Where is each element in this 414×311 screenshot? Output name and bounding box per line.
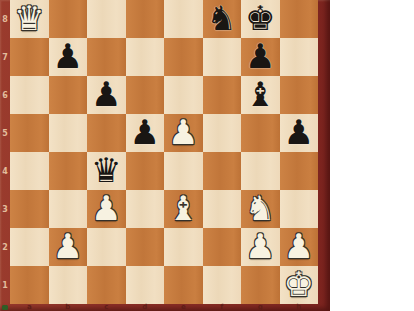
square-b7[interactable]: ♟ bbox=[49, 38, 88, 76]
square-g7[interactable]: ♟ bbox=[241, 38, 280, 76]
square-a6[interactable] bbox=[10, 76, 49, 114]
file-label-h: h bbox=[280, 304, 319, 311]
page: 87654321 ♛♞♚♟♟♟♝♟♟♟♛♟♝♞♟♟♟♚ abcdefgh bbox=[0, 0, 414, 311]
square-e2[interactable] bbox=[164, 228, 203, 266]
file-label-e: e bbox=[164, 304, 203, 311]
square-b6[interactable] bbox=[49, 76, 88, 114]
square-d5[interactable]: ♟ bbox=[126, 114, 165, 152]
piece-white-pawn[interactable]: ♟ bbox=[91, 189, 121, 227]
piece-black-pawn[interactable]: ♟ bbox=[53, 37, 83, 75]
square-h5[interactable]: ♟ bbox=[280, 114, 319, 152]
square-b3[interactable] bbox=[49, 190, 88, 228]
square-g2[interactable]: ♟ bbox=[241, 228, 280, 266]
piece-black-king[interactable]: ♚ bbox=[245, 0, 275, 37]
square-h2[interactable]: ♟ bbox=[280, 228, 319, 266]
square-h7[interactable] bbox=[280, 38, 319, 76]
piece-white-king[interactable]: ♚ bbox=[284, 265, 314, 303]
rank-label-6: 6 bbox=[0, 76, 10, 114]
rank-label-1: 1 bbox=[0, 266, 10, 304]
square-f2[interactable] bbox=[203, 228, 242, 266]
square-c3[interactable]: ♟ bbox=[87, 190, 126, 228]
piece-white-pawn[interactable]: ♟ bbox=[245, 227, 275, 265]
square-a4[interactable] bbox=[10, 152, 49, 190]
square-b1[interactable] bbox=[49, 266, 88, 304]
rank-label-5: 5 bbox=[0, 114, 10, 152]
rank-label-3: 3 bbox=[0, 190, 10, 228]
board-grid: ♛♞♚♟♟♟♝♟♟♟♛♟♝♞♟♟♟♚ bbox=[10, 0, 318, 304]
square-c6[interactable]: ♟ bbox=[87, 76, 126, 114]
piece-white-pawn[interactable]: ♟ bbox=[284, 227, 314, 265]
piece-white-queen[interactable]: ♛ bbox=[14, 0, 44, 37]
square-a5[interactable] bbox=[10, 114, 49, 152]
rank-label-2: 2 bbox=[0, 228, 10, 266]
square-e7[interactable] bbox=[164, 38, 203, 76]
square-c1[interactable] bbox=[87, 266, 126, 304]
square-f6[interactable] bbox=[203, 76, 242, 114]
file-labels: abcdefgh bbox=[10, 304, 318, 311]
piece-black-bishop[interactable]: ♝ bbox=[245, 75, 275, 113]
square-c8[interactable] bbox=[87, 0, 126, 38]
file-label-d: d bbox=[126, 304, 165, 311]
square-b8[interactable] bbox=[49, 0, 88, 38]
corner-dot bbox=[2, 305, 8, 310]
piece-black-pawn[interactable]: ♟ bbox=[284, 113, 314, 151]
square-a2[interactable] bbox=[10, 228, 49, 266]
square-g8[interactable]: ♚ bbox=[241, 0, 280, 38]
square-e6[interactable] bbox=[164, 76, 203, 114]
square-b4[interactable] bbox=[49, 152, 88, 190]
square-e8[interactable] bbox=[164, 0, 203, 38]
rank-label-4: 4 bbox=[0, 152, 10, 190]
square-c5[interactable] bbox=[87, 114, 126, 152]
square-c4[interactable]: ♛ bbox=[87, 152, 126, 190]
square-e3[interactable]: ♝ bbox=[164, 190, 203, 228]
square-g5[interactable] bbox=[241, 114, 280, 152]
rank-labels: 87654321 bbox=[0, 0, 10, 304]
piece-white-knight[interactable]: ♞ bbox=[245, 189, 275, 227]
square-d8[interactable] bbox=[126, 0, 165, 38]
square-f7[interactable] bbox=[203, 38, 242, 76]
piece-black-pawn[interactable]: ♟ bbox=[91, 75, 121, 113]
square-e1[interactable] bbox=[164, 266, 203, 304]
square-f5[interactable] bbox=[203, 114, 242, 152]
square-g6[interactable]: ♝ bbox=[241, 76, 280, 114]
square-a3[interactable] bbox=[10, 190, 49, 228]
square-d1[interactable] bbox=[126, 266, 165, 304]
square-g4[interactable] bbox=[241, 152, 280, 190]
file-label-f: f bbox=[203, 304, 242, 311]
square-e5[interactable]: ♟ bbox=[164, 114, 203, 152]
square-g3[interactable]: ♞ bbox=[241, 190, 280, 228]
piece-black-pawn[interactable]: ♟ bbox=[130, 113, 160, 151]
square-c7[interactable] bbox=[87, 38, 126, 76]
square-h6[interactable] bbox=[280, 76, 319, 114]
chess-board-frame: 87654321 ♛♞♚♟♟♟♝♟♟♟♛♟♝♞♟♟♟♚ abcdefgh bbox=[0, 0, 330, 311]
piece-white-pawn[interactable]: ♟ bbox=[168, 113, 198, 151]
square-d2[interactable] bbox=[126, 228, 165, 266]
file-label-g: g bbox=[241, 304, 280, 311]
piece-white-bishop[interactable]: ♝ bbox=[168, 189, 198, 227]
square-f8[interactable]: ♞ bbox=[203, 0, 242, 38]
square-h4[interactable] bbox=[280, 152, 319, 190]
square-d3[interactable] bbox=[126, 190, 165, 228]
square-h8[interactable] bbox=[280, 0, 319, 38]
file-label-a: a bbox=[10, 304, 49, 311]
square-c2[interactable] bbox=[87, 228, 126, 266]
square-b2[interactable]: ♟ bbox=[49, 228, 88, 266]
square-h1[interactable]: ♚ bbox=[280, 266, 319, 304]
rank-label-8: 8 bbox=[0, 0, 10, 38]
square-h3[interactable] bbox=[280, 190, 319, 228]
square-d7[interactable] bbox=[126, 38, 165, 76]
square-a8[interactable]: ♛ bbox=[10, 0, 49, 38]
piece-white-pawn[interactable]: ♟ bbox=[53, 227, 83, 265]
square-d4[interactable] bbox=[126, 152, 165, 190]
rank-label-7: 7 bbox=[0, 38, 10, 76]
piece-black-knight[interactable]: ♞ bbox=[207, 0, 237, 37]
piece-black-queen[interactable]: ♛ bbox=[91, 151, 121, 189]
square-f4[interactable] bbox=[203, 152, 242, 190]
piece-black-pawn[interactable]: ♟ bbox=[245, 37, 275, 75]
square-a7[interactable] bbox=[10, 38, 49, 76]
square-f3[interactable] bbox=[203, 190, 242, 228]
file-label-c: c bbox=[87, 304, 126, 311]
square-a1[interactable] bbox=[10, 266, 49, 304]
square-e4[interactable] bbox=[164, 152, 203, 190]
file-label-b: b bbox=[49, 304, 88, 311]
square-g1[interactable] bbox=[241, 266, 280, 304]
square-f1[interactable] bbox=[203, 266, 242, 304]
square-b5[interactable] bbox=[49, 114, 88, 152]
square-d6[interactable] bbox=[126, 76, 165, 114]
